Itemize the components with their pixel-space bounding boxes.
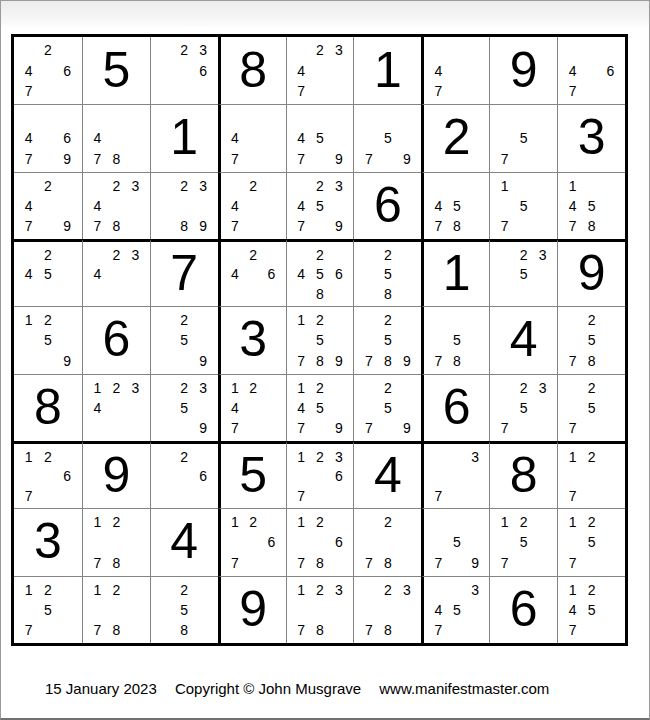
candidate-2: 2 (244, 378, 262, 398)
candidate-7 (226, 284, 244, 303)
candidate-1 (429, 580, 447, 600)
pencil-marks: 4579 (287, 105, 354, 171)
candidate-5: 5 (378, 330, 397, 350)
cell-r4c6[interactable]: 258 (353, 239, 421, 306)
candidate-3 (466, 176, 484, 196)
cell-r3c3[interactable]: 2389 (150, 172, 218, 239)
candidate-2 (448, 512, 466, 532)
candidate-4 (563, 466, 582, 485)
candidate-5 (38, 128, 57, 148)
candidate-3: 3 (194, 176, 213, 196)
candidate-5: 5 (311, 196, 330, 216)
pencil-marks: 14578 (558, 173, 625, 239)
candidate-5 (107, 532, 126, 552)
candidate-3 (466, 310, 484, 330)
candidate-5 (311, 466, 330, 485)
candidate-2 (107, 108, 126, 128)
candidate-2: 2 (38, 447, 57, 466)
candidate-4 (495, 398, 514, 418)
candidate-7 (19, 351, 38, 371)
candidate-4: 4 (88, 196, 107, 216)
candidate-4 (292, 532, 311, 552)
candidate-4: 4 (429, 60, 447, 80)
candidate-3 (126, 512, 145, 532)
cell-r7c1[interactable]: 1267 (14, 441, 82, 508)
candidate-4 (359, 600, 378, 620)
cell-r6c3[interactable]: 2359 (150, 374, 218, 441)
pencil-marks: 12367 (287, 444, 354, 508)
cell-value: 4 (374, 450, 402, 500)
candidate-6: 6 (329, 532, 348, 552)
candidate-1 (495, 378, 514, 398)
candidate-5: 5 (311, 264, 330, 283)
candidate-1: 1 (292, 512, 311, 532)
candidate-4: 4 (226, 128, 244, 148)
candidate-9 (126, 620, 145, 640)
candidate-4: 4 (292, 60, 311, 80)
candidate-4 (19, 466, 38, 485)
pencil-marks: 258 (354, 242, 421, 306)
candidate-3: 3 (194, 40, 213, 60)
candidate-7 (88, 284, 107, 303)
candidate-4 (156, 600, 175, 620)
candidate-9 (466, 351, 484, 371)
candidate-2: 2 (514, 378, 533, 398)
candidate-6: 6 (262, 532, 280, 552)
candidate-9 (601, 216, 620, 236)
footer: 15 January 2023 Copyright © John Musgrav… (45, 680, 549, 697)
cell-r1c1[interactable]: 2467 (14, 37, 82, 104)
candidate-7: 7 (88, 216, 107, 236)
candidate-9 (58, 284, 77, 303)
candidate-9 (397, 284, 416, 303)
cell-r2c8[interactable]: 57 (489, 104, 557, 171)
cell-r9c2[interactable]: 1278 (82, 576, 150, 643)
pencil-marks: 1257 (558, 509, 625, 575)
puzzle-page: 2467523682347147946746794781474579579257… (0, 0, 650, 720)
candidate-6 (194, 600, 213, 620)
candidate-3 (126, 108, 145, 128)
candidate-8 (448, 553, 466, 573)
candidate-6 (533, 128, 552, 148)
candidate-1: 1 (88, 512, 107, 532)
cell-r5c8[interactable]: 4 (489, 306, 557, 373)
candidate-7: 7 (563, 418, 582, 438)
candidate-4 (292, 466, 311, 485)
candidate-2 (514, 108, 533, 128)
candidate-8 (311, 149, 330, 169)
candidate-2 (38, 108, 57, 128)
cell-r7c9[interactable]: 127 (557, 441, 625, 508)
cell-r5c2[interactable]: 6 (82, 306, 150, 373)
candidate-3 (329, 310, 348, 330)
candidate-7 (19, 284, 38, 303)
candidate-5: 5 (582, 532, 601, 552)
candidate-4 (359, 264, 378, 283)
cell-r8c8[interactable]: 1257 (489, 508, 557, 575)
candidate-2 (448, 40, 466, 60)
candidate-8 (175, 418, 194, 438)
cell-r6c4[interactable]: 1247 (218, 374, 286, 441)
candidate-1 (495, 108, 514, 128)
cell-r4c9[interactable]: 9 (557, 239, 625, 306)
candidate-9 (329, 284, 348, 303)
cell-r5c6[interactable]: 25789 (353, 306, 421, 373)
candidate-7: 7 (226, 149, 244, 169)
candidate-4 (156, 60, 175, 80)
candidate-2: 2 (175, 378, 194, 398)
cell-r6c6[interactable]: 2579 (353, 374, 421, 441)
candidate-6 (329, 128, 348, 148)
candidate-1: 1 (19, 310, 38, 330)
candidate-9 (533, 149, 552, 169)
candidate-3 (262, 512, 280, 532)
pencil-marks: 125789 (287, 307, 354, 373)
cell-r7c2[interactable]: 9 (82, 441, 150, 508)
candidate-8 (311, 81, 330, 101)
candidate-9 (533, 284, 552, 303)
cell-r5c3[interactable]: 259 (150, 306, 218, 373)
cell-r9c8[interactable]: 6 (489, 576, 557, 643)
candidate-1: 1 (292, 580, 311, 600)
pencil-marks: 478 (83, 105, 150, 171)
candidate-4: 4 (19, 60, 38, 80)
candidate-6 (601, 466, 620, 485)
cell-r1c9[interactable]: 467 (557, 37, 625, 104)
cell-r9c4[interactable]: 9 (218, 576, 286, 643)
sudoku-board: 2467523682347147946746794781474579579257… (11, 34, 628, 646)
pencil-marks: 236 (151, 37, 218, 104)
cell-r5c5[interactable]: 125789 (286, 306, 354, 373)
candidate-3 (58, 40, 77, 60)
candidate-4 (156, 196, 175, 216)
pencil-marks: 2579 (354, 375, 421, 441)
cell-r4c1[interactable]: 245 (14, 239, 82, 306)
candidate-1 (429, 512, 447, 532)
candidate-2: 2 (244, 512, 262, 532)
candidate-2: 2 (175, 310, 194, 330)
cell-r7c8[interactable]: 8 (489, 441, 557, 508)
cell-r8c1[interactable]: 3 (14, 508, 82, 575)
candidate-9: 9 (397, 418, 416, 438)
candidate-8 (582, 486, 601, 505)
cell-r1c2[interactable]: 5 (82, 37, 150, 104)
candidate-3 (262, 176, 280, 196)
cell-r5c1[interactable]: 1259 (14, 306, 82, 373)
candidate-4 (495, 128, 514, 148)
candidate-1 (359, 310, 378, 330)
candidate-3: 3 (329, 580, 348, 600)
candidate-9: 9 (397, 149, 416, 169)
candidate-9 (126, 149, 145, 169)
candidate-2 (448, 176, 466, 196)
cell-r8c5[interactable]: 12678 (286, 508, 354, 575)
candidate-3 (533, 108, 552, 128)
cell-r7c6[interactable]: 4 (353, 441, 421, 508)
cell-r9c7[interactable]: 3457 (421, 576, 489, 643)
candidate-7: 7 (359, 418, 378, 438)
candidate-5 (582, 60, 601, 80)
candidate-4: 4 (292, 398, 311, 418)
candidate-2: 2 (311, 310, 330, 330)
candidate-1: 1 (19, 580, 38, 600)
candidate-2 (582, 40, 601, 60)
cell-r8c7[interactable]: 579 (421, 508, 489, 575)
candidate-1 (292, 40, 311, 60)
candidate-3 (126, 580, 145, 600)
candidate-7: 7 (429, 81, 447, 101)
candidate-5: 5 (514, 264, 533, 283)
cell-r2c5[interactable]: 4579 (286, 104, 354, 171)
pencil-marks: 246 (221, 242, 286, 306)
pencil-marks: 2357 (490, 375, 557, 441)
candidate-9 (601, 81, 620, 101)
candidate-3 (262, 378, 280, 398)
candidate-6 (397, 398, 416, 418)
cell-r4c3[interactable]: 7 (150, 239, 218, 306)
candidate-9 (601, 553, 620, 573)
cell-r4c8[interactable]: 235 (489, 239, 557, 306)
pencil-marks: 2467 (14, 37, 82, 104)
cell-r2c2[interactable]: 478 (82, 104, 150, 171)
candidate-7: 7 (226, 418, 244, 438)
candidate-8: 8 (175, 216, 194, 236)
candidate-6: 6 (601, 60, 620, 80)
pencil-marks: 579 (424, 509, 489, 575)
candidate-1 (495, 245, 514, 264)
candidate-8 (107, 418, 126, 438)
candidate-5 (244, 532, 262, 552)
cell-r2c9[interactable]: 3 (557, 104, 625, 171)
candidate-2 (514, 176, 533, 196)
cell-r3c6[interactable]: 6 (353, 172, 421, 239)
candidate-5 (244, 196, 262, 216)
candidate-1 (88, 245, 107, 264)
cell-r7c4[interactable]: 5 (218, 441, 286, 508)
cell-r6c5[interactable]: 124579 (286, 374, 354, 441)
candidate-7: 7 (429, 216, 447, 236)
candidate-2: 2 (582, 447, 601, 466)
candidate-9 (397, 553, 416, 573)
candidate-5 (175, 466, 194, 485)
pencil-marks: 1234 (83, 375, 150, 441)
pencil-marks: 1257 (490, 509, 557, 575)
cell-r3c1[interactable]: 2479 (14, 172, 82, 239)
cell-r6c7[interactable]: 6 (421, 374, 489, 441)
candidate-1 (429, 310, 447, 330)
cell-value: 6 (102, 314, 130, 364)
cell-r2c3[interactable]: 1 (150, 104, 218, 171)
candidate-4 (429, 330, 447, 350)
pencil-marks: 57 (490, 105, 557, 171)
candidate-5: 5 (311, 330, 330, 350)
cell-r3c2[interactable]: 23478 (82, 172, 150, 239)
candidate-6 (466, 196, 484, 216)
candidate-2: 2 (311, 378, 330, 398)
candidate-5 (244, 264, 262, 283)
cell-value: 6 (374, 180, 402, 230)
candidate-2 (448, 580, 466, 600)
candidate-6 (466, 330, 484, 350)
candidate-4: 4 (88, 398, 107, 418)
cell-r7c7[interactable]: 37 (421, 441, 489, 508)
candidate-2: 2 (107, 512, 126, 532)
candidate-8 (514, 284, 533, 303)
cell-r4c2[interactable]: 234 (82, 239, 150, 306)
cell-r6c1[interactable]: 8 (14, 374, 82, 441)
cell-r3c8[interactable]: 157 (489, 172, 557, 239)
cell-r5c9[interactable]: 2578 (557, 306, 625, 373)
cell-r9c5[interactable]: 12378 (286, 576, 354, 643)
pencil-marks: 127 (558, 444, 625, 508)
cell-r2c4[interactable]: 47 (218, 104, 286, 171)
candidate-8: 8 (378, 620, 397, 640)
candidate-6 (329, 330, 348, 350)
candidate-4: 4 (563, 60, 582, 80)
candidate-7: 7 (359, 351, 378, 371)
cell-r3c9[interactable]: 14578 (557, 172, 625, 239)
candidate-5 (107, 196, 126, 216)
cell-r4c5[interactable]: 24568 (286, 239, 354, 306)
candidate-1 (429, 40, 447, 60)
cell-r1c3[interactable]: 236 (150, 37, 218, 104)
cell-r1c4[interactable]: 8 (218, 37, 286, 104)
candidate-7 (495, 284, 514, 303)
candidate-9: 9 (329, 418, 348, 438)
cell-r3c7[interactable]: 4578 (421, 172, 489, 239)
cell-r1c5[interactable]: 2347 (286, 37, 354, 104)
candidate-3 (194, 310, 213, 330)
cell-r9c1[interactable]: 1257 (14, 576, 82, 643)
candidate-5: 5 (311, 398, 330, 418)
candidate-8: 8 (378, 553, 397, 573)
candidate-8 (378, 149, 397, 169)
cell-r5c4[interactable]: 3 (218, 306, 286, 373)
candidate-7 (156, 81, 175, 101)
cell-r6c9[interactable]: 257 (557, 374, 625, 441)
candidate-6 (397, 264, 416, 283)
cell-r8c2[interactable]: 1278 (82, 508, 150, 575)
cell-r5c7[interactable]: 578 (421, 306, 489, 373)
cell-r1c7[interactable]: 47 (421, 37, 489, 104)
cell-value: 3 (34, 516, 62, 566)
cell-r3c5[interactable]: 234579 (286, 172, 354, 239)
candidate-9 (262, 216, 280, 236)
candidate-8 (514, 553, 533, 573)
candidate-4: 4 (563, 600, 582, 620)
cell-value: 3 (578, 112, 606, 162)
candidate-6 (466, 60, 484, 80)
cell-r4c4[interactable]: 246 (218, 239, 286, 306)
candidate-4: 4 (292, 264, 311, 283)
candidate-1 (156, 40, 175, 60)
candidate-3 (329, 378, 348, 398)
candidate-7: 7 (429, 620, 447, 640)
candidate-6 (466, 600, 484, 620)
cell-r6c2[interactable]: 1234 (82, 374, 150, 441)
cell-r7c3[interactable]: 26 (150, 441, 218, 508)
candidate-3: 3 (329, 176, 348, 196)
cell-r6c8[interactable]: 2357 (489, 374, 557, 441)
candidate-9 (58, 81, 77, 101)
candidate-2: 2 (582, 580, 601, 600)
pencil-marks: 12457 (558, 577, 625, 643)
candidate-8 (175, 486, 194, 505)
candidate-1 (226, 176, 244, 196)
candidate-7 (359, 284, 378, 303)
candidate-9 (329, 620, 348, 640)
candidate-9 (601, 486, 620, 505)
candidate-2 (582, 176, 601, 196)
candidate-6 (601, 330, 620, 350)
cell-r1c6[interactable]: 1 (353, 37, 421, 104)
candidate-4 (495, 196, 514, 216)
candidate-7 (156, 216, 175, 236)
candidate-1 (359, 108, 378, 128)
candidate-1: 1 (292, 378, 311, 398)
cell-r8c6[interactable]: 278 (353, 508, 421, 575)
cell-r8c9[interactable]: 1257 (557, 508, 625, 575)
candidate-4 (359, 398, 378, 418)
candidate-5 (448, 466, 466, 485)
cell-r3c4[interactable]: 247 (218, 172, 286, 239)
candidate-3 (601, 512, 620, 532)
cell-value: 6 (510, 584, 538, 634)
candidate-2: 2 (244, 245, 262, 264)
candidate-9: 9 (329, 149, 348, 169)
candidate-5: 5 (38, 600, 57, 620)
pencil-marks: 245 (14, 242, 82, 306)
cell-r2c1[interactable]: 4679 (14, 104, 82, 171)
cell-value: 5 (239, 450, 267, 500)
cell-r2c7[interactable]: 2 (421, 104, 489, 171)
candidate-8: 8 (582, 351, 601, 371)
candidate-8: 8 (378, 351, 397, 371)
candidate-8 (38, 149, 57, 169)
candidate-8 (38, 486, 57, 505)
cell-r8c3[interactable]: 4 (150, 508, 218, 575)
candidate-6 (194, 398, 213, 418)
cell-r9c6[interactable]: 2378 (353, 576, 421, 643)
candidate-1 (88, 108, 107, 128)
candidate-8 (244, 418, 262, 438)
candidate-1 (156, 176, 175, 196)
cell-r8c4[interactable]: 1267 (218, 508, 286, 575)
candidate-3 (601, 176, 620, 196)
cell-r1c8[interactable]: 9 (489, 37, 557, 104)
candidate-2 (378, 108, 397, 128)
candidate-5 (311, 600, 330, 620)
candidate-1: 1 (563, 512, 582, 532)
candidate-9: 9 (194, 351, 213, 371)
candidate-9 (533, 418, 552, 438)
candidate-9 (601, 620, 620, 640)
cell-r9c9[interactable]: 12457 (557, 576, 625, 643)
candidate-3 (601, 310, 620, 330)
candidate-4: 4 (292, 128, 311, 148)
candidate-5: 5 (514, 532, 533, 552)
cell-r9c3[interactable]: 258 (150, 576, 218, 643)
candidate-3 (601, 378, 620, 398)
cell-r4c7[interactable]: 1 (421, 239, 489, 306)
candidate-8: 8 (107, 553, 126, 573)
cell-r7c5[interactable]: 12367 (286, 441, 354, 508)
candidate-6 (194, 196, 213, 216)
cell-r2c6[interactable]: 579 (353, 104, 421, 171)
candidate-8 (244, 284, 262, 303)
candidate-5 (38, 196, 57, 216)
candidate-7 (156, 486, 175, 505)
